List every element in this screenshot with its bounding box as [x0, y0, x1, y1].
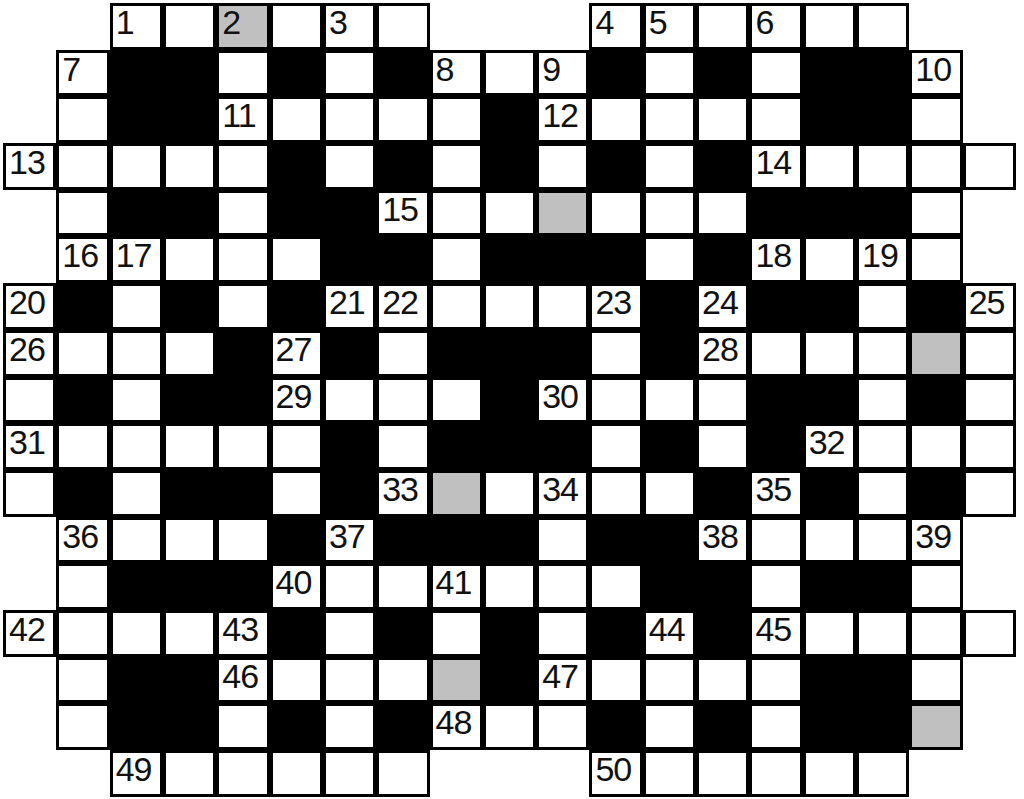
cell-r9-c11[interactable] [589, 423, 642, 470]
cell-r14-c6[interactable] [323, 657, 376, 704]
cell-r16-c13[interactable] [696, 750, 749, 797]
cell-r10-c3 [163, 470, 216, 517]
cell-r16-c7[interactable] [376, 750, 429, 797]
cell-r0-c3[interactable] [163, 3, 216, 50]
cell-r11-c11 [589, 517, 642, 564]
cell-r4-c15 [803, 190, 856, 237]
cell-r11-c15[interactable] [803, 517, 856, 564]
cell-r16-c11[interactable]: 50 [589, 750, 642, 797]
cell-r3-c15[interactable] [803, 143, 856, 190]
cell-r7-c13[interactable]: 28 [696, 330, 749, 377]
cell-r12-c14[interactable] [749, 563, 802, 610]
cell-r11-c9 [483, 517, 536, 564]
cell-r3-c10[interactable] [536, 143, 589, 190]
cell-r9-c7[interactable] [376, 423, 429, 470]
cell-r12-c11[interactable] [589, 563, 642, 610]
cell-r12-c5[interactable]: 40 [270, 563, 323, 610]
cell-r10-c17 [909, 470, 962, 517]
cell-r16-c16[interactable] [856, 750, 909, 797]
cell-r6-c4[interactable] [216, 283, 269, 330]
cell-r15-c12[interactable] [643, 703, 696, 750]
cell-r16-c15[interactable] [803, 750, 856, 797]
cell-r3-c9 [483, 143, 536, 190]
cell-r12-c6[interactable] [323, 563, 376, 610]
cell-r9-c2[interactable] [110, 423, 163, 470]
cell-r4-c6 [323, 190, 376, 237]
cell-r1-c12[interactable] [643, 50, 696, 97]
cell-r8-c9 [483, 377, 536, 424]
cell-r11-c5 [270, 517, 323, 564]
cell-r11-c6[interactable]: 37 [323, 517, 376, 564]
cell-r12-c17[interactable] [909, 563, 962, 610]
cell-r14-c7[interactable] [376, 657, 429, 704]
cell-r5-c15[interactable] [803, 236, 856, 283]
cell-r2-c11[interactable] [589, 96, 642, 143]
cell-r1-c13 [696, 50, 749, 97]
cell-r11-c8 [430, 517, 483, 564]
cell-r7-c1[interactable] [56, 330, 109, 377]
cell-r3-c16[interactable] [856, 143, 909, 190]
cell-r10-c15 [803, 470, 856, 517]
cell-r8-c4 [216, 377, 269, 424]
cell-r9-c13[interactable] [696, 423, 749, 470]
cell-r1-c10[interactable]: 9 [536, 50, 589, 97]
cell-r0-c13[interactable] [696, 3, 749, 50]
cell-r2-c12[interactable] [643, 96, 696, 143]
cell-r8-c7[interactable] [376, 377, 429, 424]
cell-r11-c17[interactable]: 39 [909, 517, 962, 564]
cell-r10-c16[interactable] [856, 470, 909, 517]
cell-r15-c9[interactable] [483, 703, 536, 750]
cell-r13-c12[interactable]: 44 [643, 610, 696, 657]
cell-r6-c7[interactable]: 22 [376, 283, 429, 330]
clue-number: 50 [595, 751, 631, 788]
cell-r4-c1[interactable] [56, 190, 109, 237]
cell-r8-c17 [909, 377, 962, 424]
clue-number: 43 [222, 611, 258, 648]
cell-r12-c2 [110, 563, 163, 610]
clue-number: 20 [9, 284, 45, 321]
cell-r2-c6[interactable] [323, 96, 376, 143]
cell-r3-c0[interactable]: 13 [3, 143, 56, 190]
cell-r7-c7[interactable] [376, 330, 429, 377]
clue-number: 23 [595, 284, 631, 321]
cell-r14-c17[interactable] [909, 657, 962, 704]
cell-r14-c4[interactable]: 46 [216, 657, 269, 704]
cell-r15-c5 [270, 703, 323, 750]
cell-r16-c4[interactable] [216, 750, 269, 797]
clue-number: 49 [116, 751, 152, 788]
cell-r7-c2[interactable] [110, 330, 163, 377]
cell-r6-c15 [803, 283, 856, 330]
crossword-page: 1234567891011121314151617181920212223242… [0, 0, 1024, 799]
cell-r10-c11[interactable] [589, 470, 642, 517]
cell-r0-c5[interactable] [270, 3, 323, 50]
cell-r6-c8[interactable] [430, 283, 483, 330]
cell-r7-c18[interactable] [963, 330, 1016, 377]
cell-r8-c15 [803, 377, 856, 424]
cell-r13-c18[interactable] [963, 610, 1016, 657]
cell-r13-c2[interactable] [110, 610, 163, 657]
cell-r6-c16[interactable] [856, 283, 909, 330]
cell-r4-c5 [270, 190, 323, 237]
clue-number: 33 [382, 471, 418, 508]
cell-r15-c11 [589, 703, 642, 750]
cell-r2-c13[interactable] [696, 96, 749, 143]
cell-r5-c7 [376, 236, 429, 283]
cell-r15-c16 [856, 703, 909, 750]
cell-r9-c1[interactable] [56, 423, 109, 470]
cell-r14-c1[interactable] [56, 657, 109, 704]
cell-r4-c13[interactable] [696, 190, 749, 237]
cell-r10-c7[interactable]: 33 [376, 470, 429, 517]
cell-r2-c1[interactable] [56, 96, 109, 143]
cell-r3-c17[interactable] [909, 143, 962, 190]
cell-r13-c3[interactable] [163, 610, 216, 657]
cell-r7-c11[interactable] [589, 330, 642, 377]
cell-r14-c10[interactable]: 47 [536, 657, 589, 704]
cell-r10-c1 [56, 470, 109, 517]
cell-r4-c11[interactable] [589, 190, 642, 237]
cell-r8-c11[interactable] [589, 377, 642, 424]
cell-r13-c15[interactable] [803, 610, 856, 657]
cell-r13-c0[interactable]: 42 [3, 610, 56, 657]
cell-r1-c9[interactable] [483, 50, 536, 97]
cell-r6-c10[interactable] [536, 283, 589, 330]
cell-r2-c4[interactable]: 11 [216, 96, 269, 143]
clue-number: 5 [649, 4, 667, 41]
cell-r7-c3[interactable] [163, 330, 216, 377]
cell-r7-c5[interactable]: 27 [270, 330, 323, 377]
clue-number: 9 [542, 51, 560, 88]
cell-r7-c14[interactable] [749, 330, 802, 377]
cell-r8-c18[interactable] [963, 377, 1016, 424]
clue-number: 29 [276, 378, 312, 415]
cell-r15-c2 [110, 703, 163, 750]
cell-r6-c3 [163, 283, 216, 330]
cell-r13-c14[interactable]: 45 [749, 610, 802, 657]
cell-r8-c8[interactable] [430, 377, 483, 424]
cell-r11-c3[interactable] [163, 517, 216, 564]
cell-r9-c18[interactable] [963, 423, 1016, 470]
cell-r11-c2[interactable] [110, 517, 163, 564]
clue-number: 13 [9, 144, 45, 181]
cell-r11-c13[interactable]: 38 [696, 517, 749, 564]
cell-r8-c14 [749, 377, 802, 424]
cell-r16-c2[interactable]: 49 [110, 750, 163, 797]
cell-r8-c10[interactable]: 30 [536, 377, 589, 424]
cell-r0-c12[interactable]: 5 [643, 3, 696, 50]
cell-r12-c3 [163, 563, 216, 610]
cell-r7-c4 [216, 330, 269, 377]
cell-r0-c14[interactable]: 6 [749, 3, 802, 50]
cell-r12-c15 [803, 563, 856, 610]
cell-r13-c9 [483, 610, 536, 657]
cell-r4-c9[interactable] [483, 190, 536, 237]
cell-r11-c1[interactable]: 36 [56, 517, 109, 564]
cell-r5-c17[interactable] [909, 236, 962, 283]
cell-r16-c5[interactable] [270, 750, 323, 797]
cell-r12-c1[interactable] [56, 563, 109, 610]
cell-r12-c8[interactable]: 41 [430, 563, 483, 610]
cell-r6-c9[interactable] [483, 283, 536, 330]
clue-number: 32 [809, 424, 845, 461]
cell-r0-c16[interactable] [856, 3, 909, 50]
clue-number: 35 [755, 471, 791, 508]
cell-r14-c5[interactable] [270, 657, 323, 704]
cell-r10-c14[interactable]: 35 [749, 470, 802, 517]
cell-r14-c3 [163, 657, 216, 704]
cell-r8-c1 [56, 377, 109, 424]
cell-r10-c5[interactable] [270, 470, 323, 517]
cell-r2-c17[interactable] [909, 96, 962, 143]
cell-r11-c14[interactable] [749, 517, 802, 564]
cell-r1-c15 [803, 50, 856, 97]
cell-r5-c6 [323, 236, 376, 283]
cell-r8-c6[interactable] [323, 377, 376, 424]
cell-r9-c9 [483, 423, 536, 470]
cell-r10-c4 [216, 470, 269, 517]
cell-r10-c18[interactable] [963, 470, 1016, 517]
cell-r10-c8[interactable] [430, 470, 483, 517]
cell-r4-c2 [110, 190, 163, 237]
cell-r6-c17 [909, 283, 962, 330]
cell-r2-c10[interactable]: 12 [536, 96, 589, 143]
cell-r13-c6[interactable] [323, 610, 376, 657]
cell-r5-c8[interactable] [430, 236, 483, 283]
cell-r5-c5[interactable] [270, 236, 323, 283]
cell-r13-c17[interactable] [909, 610, 962, 657]
cell-r8-c2[interactable] [110, 377, 163, 424]
crossword-grid: 1234567891011121314151617181920212223242… [3, 3, 1016, 797]
clue-number: 11 [222, 97, 255, 134]
cell-r12-c9[interactable] [483, 563, 536, 610]
cell-r13-c7 [376, 610, 429, 657]
cell-r9-c8 [430, 423, 483, 470]
cell-r6-c5 [270, 283, 323, 330]
cell-r10-c2[interactable] [110, 470, 163, 517]
cell-r16-c3[interactable] [163, 750, 216, 797]
cell-r14-c8[interactable] [430, 657, 483, 704]
cell-r0-c15[interactable] [803, 3, 856, 50]
cell-r5-c13 [696, 236, 749, 283]
clue-number: 3 [329, 4, 347, 41]
cell-r5-c11 [589, 236, 642, 283]
cell-r2-c9 [483, 96, 536, 143]
cell-r9-c0[interactable]: 31 [3, 423, 56, 470]
cell-r0-c11[interactable]: 4 [589, 3, 642, 50]
cell-r14-c11[interactable] [589, 657, 642, 704]
cell-r1-c1[interactable]: 7 [56, 50, 109, 97]
clue-number: 41 [436, 564, 472, 601]
clue-number: 22 [382, 284, 418, 321]
cell-r5-c2[interactable]: 17 [110, 236, 163, 283]
cell-r12-c13 [696, 563, 749, 610]
cell-r0-c7[interactable] [376, 3, 429, 50]
cell-r14-c2 [110, 657, 163, 704]
cell-r11-c16[interactable] [856, 517, 909, 564]
cell-r6-c18[interactable]: 25 [963, 283, 1016, 330]
cell-r3-c1[interactable] [56, 143, 109, 190]
cell-r8-c16[interactable] [856, 377, 909, 424]
cell-r9-c3[interactable] [163, 423, 216, 470]
clue-number: 46 [222, 658, 258, 695]
clue-number: 44 [649, 611, 685, 648]
cell-r1-c8[interactable]: 8 [430, 50, 483, 97]
cell-r3-c7 [376, 143, 429, 190]
cell-r5-c12[interactable] [643, 236, 696, 283]
cell-r9-c17[interactable] [909, 423, 962, 470]
clue-number: 6 [755, 4, 773, 41]
cell-r7-c17[interactable] [909, 330, 962, 377]
cell-r12-c7[interactable] [376, 563, 429, 610]
cell-r3-c14[interactable]: 14 [749, 143, 802, 190]
cell-r3-c6[interactable] [323, 143, 376, 190]
cell-r14-c14[interactable] [749, 657, 802, 704]
clue-number: 17 [116, 237, 152, 274]
clue-number: 48 [436, 704, 472, 741]
clue-number: 27 [276, 331, 312, 368]
cell-r11-c10[interactable] [536, 517, 589, 564]
cell-r15-c13 [696, 703, 749, 750]
cell-r6-c2[interactable] [110, 283, 163, 330]
cell-r4-c17[interactable] [909, 190, 962, 237]
clue-number: 14 [755, 144, 791, 181]
cell-r1-c3 [163, 50, 216, 97]
cell-r14-c13[interactable] [696, 657, 749, 704]
cell-r1-c4[interactable] [216, 50, 269, 97]
cell-r3-c2[interactable] [110, 143, 163, 190]
cell-r15-c14[interactable] [749, 703, 802, 750]
clue-number: 47 [542, 658, 578, 695]
cell-r9-c15[interactable]: 32 [803, 423, 856, 470]
cell-r1-c17[interactable]: 10 [909, 50, 962, 97]
cell-r15-c6[interactable] [323, 703, 376, 750]
cell-r4-c10[interactable] [536, 190, 589, 237]
cell-r5-c4[interactable] [216, 236, 269, 283]
cell-r16-c12[interactable] [643, 750, 696, 797]
cell-r2-c7[interactable] [376, 96, 429, 143]
cell-r8-c12[interactable] [643, 377, 696, 424]
cell-r2-c5[interactable] [270, 96, 323, 143]
cell-r3-c3[interactable] [163, 143, 216, 190]
clue-number: 8 [436, 51, 454, 88]
cell-r3-c4[interactable] [216, 143, 269, 190]
cell-r7-c16[interactable] [856, 330, 909, 377]
cell-r10-c12[interactable] [643, 470, 696, 517]
cell-r2-c14[interactable] [749, 96, 802, 143]
cell-r6-c0[interactable]: 20 [3, 283, 56, 330]
cell-r7-c10 [536, 330, 589, 377]
cell-r16-c6[interactable] [323, 750, 376, 797]
cell-r4-c8[interactable] [430, 190, 483, 237]
cell-r15-c1[interactable] [56, 703, 109, 750]
cell-r1-c14[interactable] [749, 50, 802, 97]
cell-r6-c13[interactable]: 24 [696, 283, 749, 330]
cell-r4-c7[interactable]: 15 [376, 190, 429, 237]
cell-r14-c12[interactable] [643, 657, 696, 704]
cell-r5-c16[interactable]: 19 [856, 236, 909, 283]
cell-r6-c6[interactable]: 21 [323, 283, 376, 330]
clue-number: 10 [915, 51, 951, 88]
cell-r10-c9[interactable] [483, 470, 536, 517]
cell-r8-c0[interactable] [3, 377, 56, 424]
clue-number: 45 [755, 611, 791, 648]
cell-r1-c2 [110, 50, 163, 97]
cell-r13-c13 [696, 610, 749, 657]
cell-r0-c4[interactable]: 2 [216, 3, 269, 50]
cell-r13-c8[interactable] [430, 610, 483, 657]
cell-r15-c7 [376, 703, 429, 750]
cell-r11-c4[interactable] [216, 517, 269, 564]
cell-r7-c15[interactable] [803, 330, 856, 377]
cell-r10-c10[interactable]: 34 [536, 470, 589, 517]
cell-r2-c8[interactable] [430, 96, 483, 143]
cell-r13-c1[interactable] [56, 610, 109, 657]
cell-r15-c4[interactable] [216, 703, 269, 750]
cell-r7-c0[interactable]: 26 [3, 330, 56, 377]
cell-r9-c14 [749, 423, 802, 470]
cell-r12-c10[interactable] [536, 563, 589, 610]
cell-r12-c16 [856, 563, 909, 610]
clue-number: 21 [329, 284, 365, 321]
cell-r16-c14[interactable] [749, 750, 802, 797]
cell-r10-c13 [696, 470, 749, 517]
cell-r7-c6 [323, 330, 376, 377]
cell-r13-c4[interactable]: 43 [216, 610, 269, 657]
cell-r10-c0[interactable] [3, 470, 56, 517]
cell-r13-c10[interactable] [536, 610, 589, 657]
cell-r15-c17[interactable] [909, 703, 962, 750]
clue-number: 16 [62, 237, 98, 274]
cell-r13-c5 [270, 610, 323, 657]
clue-number: 18 [755, 237, 791, 274]
cell-r8-c13[interactable] [696, 377, 749, 424]
cell-r4-c4[interactable] [216, 190, 269, 237]
clue-number: 34 [542, 471, 578, 508]
cell-r9-c5[interactable] [270, 423, 323, 470]
cell-r3-c18[interactable] [963, 143, 1016, 190]
cell-r9-c4[interactable] [216, 423, 269, 470]
cell-r15-c8[interactable]: 48 [430, 703, 483, 750]
cell-r2-c16 [856, 96, 909, 143]
cell-r0-c6[interactable]: 3 [323, 3, 376, 50]
cell-r5-c14[interactable]: 18 [749, 236, 802, 283]
cell-r7-c9 [483, 330, 536, 377]
cell-r14-c16 [856, 657, 909, 704]
clue-number: 25 [969, 284, 1005, 321]
cell-r1-c6[interactable] [323, 50, 376, 97]
cell-r5-c3[interactable] [163, 236, 216, 283]
clue-number: 4 [595, 4, 613, 41]
cell-r13-c16[interactable] [856, 610, 909, 657]
cell-r9-c16[interactable] [856, 423, 909, 470]
cell-r5-c10 [536, 236, 589, 283]
cell-r5-c1[interactable]: 16 [56, 236, 109, 283]
cell-r3-c8[interactable] [430, 143, 483, 190]
cell-r6-c11[interactable]: 23 [589, 283, 642, 330]
cell-r11-c12 [643, 517, 696, 564]
cell-r8-c5[interactable]: 29 [270, 377, 323, 424]
clue-number: 38 [702, 518, 738, 555]
clue-number: 12 [542, 97, 578, 134]
cell-r3-c13 [696, 143, 749, 190]
cell-r0-c2[interactable]: 1 [110, 3, 163, 50]
cell-r4-c12[interactable] [643, 190, 696, 237]
cell-r3-c12[interactable] [643, 143, 696, 190]
cell-r15-c10[interactable] [536, 703, 589, 750]
cell-r7-c8 [430, 330, 483, 377]
